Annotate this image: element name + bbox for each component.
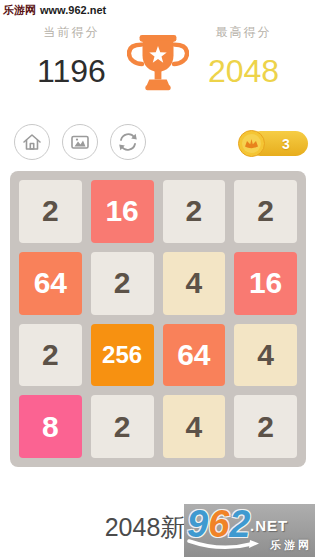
tile-r1c3: 2 [163, 180, 226, 243]
current-score-value: 1196 [23, 53, 121, 90]
tile-r1c2: 16 [91, 180, 154, 243]
board[interactable]: 2162264241622566448242 [10, 171, 306, 467]
tile-r2c4: 16 [234, 252, 297, 315]
tile-r4c1: 8 [19, 395, 82, 458]
tile-r1c4: 2 [234, 180, 297, 243]
best-score-block: 最高得分 2048 [195, 24, 293, 90]
tile-r2c1: 64 [19, 252, 82, 315]
current-score-block: 当前得分 1196 [23, 24, 121, 90]
score-header: 当前得分 1196 最高得分 2048 [0, 24, 315, 98]
tile-r3c4: 4 [234, 324, 297, 387]
tile-r2c3: 4 [163, 252, 226, 315]
app-root: { "game": "2048", "position": "2 16 2 2 … [0, 0, 315, 560]
watermark-site-text: 乐游网 [270, 538, 312, 553]
watermark-962net: 962 .NET 乐游网 [184, 504, 315, 557]
current-score-label: 当前得分 [23, 24, 121, 41]
best-score-label: 最高得分 [195, 24, 293, 41]
best-score-value: 2048 [195, 53, 293, 90]
site-url: www.962.net [40, 4, 106, 16]
tile-r4c3: 4 [163, 395, 226, 458]
watermark-net-text: .NET [250, 517, 288, 534]
tile-r4c4: 2 [234, 395, 297, 458]
gallery-button[interactable] [62, 124, 98, 160]
tile-r3c1: 2 [19, 324, 82, 387]
tile-r2c2: 2 [91, 252, 154, 315]
trophy-icon [127, 28, 189, 98]
watermark-swoosh-icon [187, 536, 261, 556]
tile-r3c2: 256 [91, 324, 154, 387]
gold-coin-icon [238, 130, 265, 157]
site-name: 乐游网 [3, 4, 36, 16]
site-banner: 乐游网www.962.net [3, 3, 106, 18]
home-icon [20, 130, 44, 154]
coin-count: 3 [282, 136, 290, 152]
tile-r4c2: 2 [91, 395, 154, 458]
picture-icon [68, 130, 92, 154]
restart-button[interactable] [110, 124, 146, 160]
tile-r3c3: 64 [163, 324, 226, 387]
tile-r1c1: 2 [19, 180, 82, 243]
home-button[interactable] [14, 124, 50, 160]
toolbar [14, 124, 146, 160]
refresh-icon [116, 130, 140, 154]
coin-badge-button[interactable]: 3 [248, 131, 308, 156]
